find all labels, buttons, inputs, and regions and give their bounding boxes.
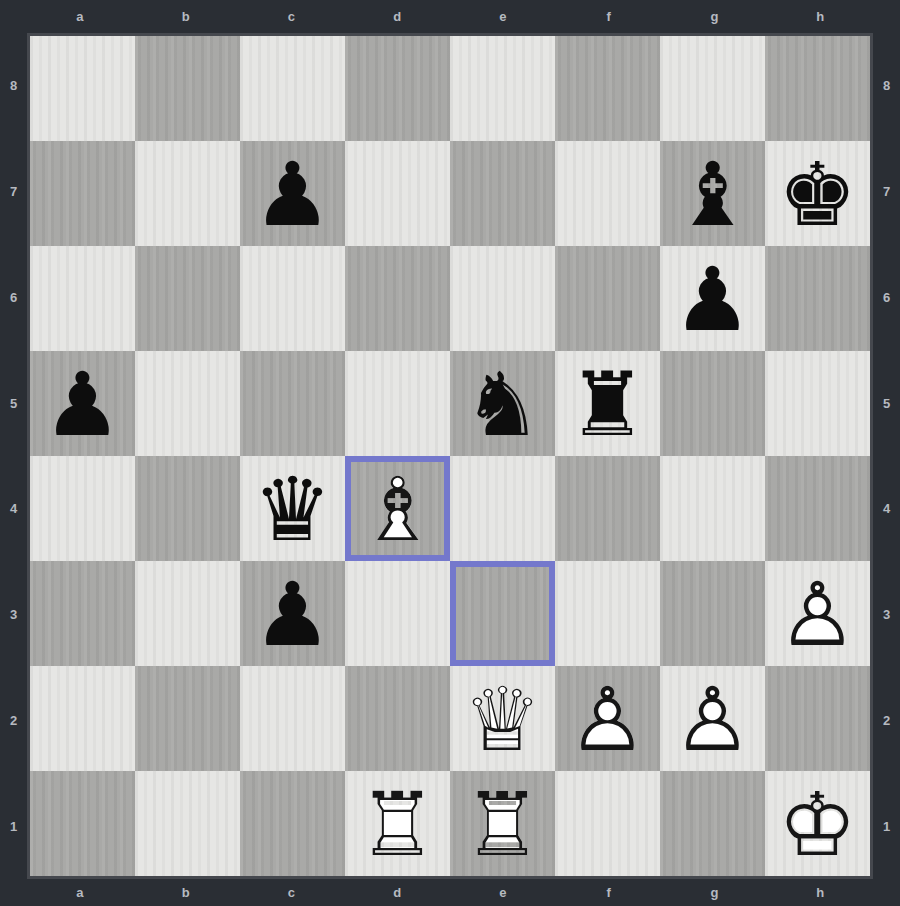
file-label-bottom-g: g xyxy=(662,879,768,906)
white-pawn-icon: ♙ xyxy=(555,666,660,771)
file-label-top-f: f xyxy=(556,0,662,33)
square-e1[interactable]: ♜♖ xyxy=(450,771,555,876)
piece-black-queen-c4[interactable]: ♛ xyxy=(240,456,345,561)
white-pawn-icon: ♙ xyxy=(765,561,870,666)
rank-label-left-8: 8 xyxy=(0,33,27,139)
rank-label-right-5: 5 xyxy=(873,350,900,456)
chess-app-window: abcdefgh 87654321 ♟♝♚♟♟♞♜♛♝♗♟♟♙♛♕♟♙♟♙♜♖♜… xyxy=(0,0,900,906)
square-a2[interactable] xyxy=(30,666,135,771)
square-e7[interactable] xyxy=(450,141,555,246)
square-h6[interactable] xyxy=(765,246,870,351)
file-label-bottom-a: a xyxy=(27,879,133,906)
square-c8[interactable] xyxy=(240,36,345,141)
rank-label-left-4: 4 xyxy=(0,456,27,562)
black-pawn-icon: ♟ xyxy=(660,246,765,351)
file-label-top-d: d xyxy=(344,0,450,33)
square-d4[interactable]: ♝♗ xyxy=(345,456,450,561)
square-a4[interactable] xyxy=(30,456,135,561)
file-labels-top: abcdefgh xyxy=(27,0,873,33)
black-queen-icon: ♛ xyxy=(240,456,345,561)
rank-label-right-7: 7 xyxy=(873,139,900,245)
piece-black-bishop-g7[interactable]: ♝ xyxy=(660,141,765,246)
rank-label-left-1: 1 xyxy=(0,773,27,879)
square-g4[interactable] xyxy=(660,456,765,561)
rank-labels-right: 87654321 xyxy=(873,33,900,879)
file-label-bottom-e: e xyxy=(450,879,556,906)
rank-label-right-1: 1 xyxy=(873,773,900,879)
square-b7[interactable] xyxy=(135,141,240,246)
square-b6[interactable] xyxy=(135,246,240,351)
piece-white-queen-e2[interactable]: ♛♕ xyxy=(450,666,555,771)
rank-label-left-7: 7 xyxy=(0,139,27,245)
square-h8[interactable] xyxy=(765,36,870,141)
square-a8[interactable] xyxy=(30,36,135,141)
square-b1[interactable] xyxy=(135,771,240,876)
square-a3[interactable] xyxy=(30,561,135,666)
piece-black-pawn-g6[interactable]: ♟ xyxy=(660,246,765,351)
rank-label-right-4: 4 xyxy=(873,456,900,562)
square-h3[interactable]: ♟♙ xyxy=(765,561,870,666)
square-e5[interactable]: ♞ xyxy=(450,351,555,456)
file-label-top-a: a xyxy=(27,0,133,33)
piece-black-pawn-a5[interactable]: ♟ xyxy=(30,351,135,456)
square-b8[interactable] xyxy=(135,36,240,141)
file-label-top-c: c xyxy=(239,0,345,33)
square-e6[interactable] xyxy=(450,246,555,351)
square-f5[interactable]: ♜ xyxy=(555,351,660,456)
square-f1[interactable] xyxy=(555,771,660,876)
white-rook-icon: ♖ xyxy=(450,771,555,876)
square-a1[interactable] xyxy=(30,771,135,876)
square-h5[interactable] xyxy=(765,351,870,456)
square-f8[interactable] xyxy=(555,36,660,141)
square-d7[interactable] xyxy=(345,141,450,246)
rank-labels-left: 87654321 xyxy=(0,33,27,879)
black-rook-icon: ♜ xyxy=(555,351,660,456)
black-pawn-icon: ♟ xyxy=(30,351,135,456)
rank-label-right-2: 2 xyxy=(873,668,900,774)
piece-white-king-h1[interactable]: ♚♔ xyxy=(765,771,870,876)
square-h7[interactable]: ♚ xyxy=(765,141,870,246)
square-b3[interactable] xyxy=(135,561,240,666)
square-f6[interactable] xyxy=(555,246,660,351)
square-a7[interactable] xyxy=(30,141,135,246)
rank-label-left-2: 2 xyxy=(0,668,27,774)
square-f3[interactable] xyxy=(555,561,660,666)
chess-board: ♟♝♚♟♟♞♜♛♝♗♟♟♙♛♕♟♙♟♙♜♖♜♖♚♔ xyxy=(27,33,873,879)
square-c1[interactable] xyxy=(240,771,345,876)
square-b4[interactable] xyxy=(135,456,240,561)
square-g5[interactable] xyxy=(660,351,765,456)
square-c5[interactable] xyxy=(240,351,345,456)
file-label-bottom-h: h xyxy=(767,879,873,906)
white-pawn-icon: ♙ xyxy=(660,666,765,771)
black-pawn-icon: ♟ xyxy=(240,141,345,246)
square-g8[interactable] xyxy=(660,36,765,141)
square-c3[interactable]: ♟ xyxy=(240,561,345,666)
square-g1[interactable] xyxy=(660,771,765,876)
square-d5[interactable] xyxy=(345,351,450,456)
rank-label-left-5: 5 xyxy=(0,350,27,456)
square-h2[interactable] xyxy=(765,666,870,771)
square-d3[interactable] xyxy=(345,561,450,666)
file-label-bottom-f: f xyxy=(556,879,662,906)
white-queen-icon: ♕ xyxy=(450,666,555,771)
file-label-top-g: g xyxy=(662,0,768,33)
file-label-bottom-c: c xyxy=(239,879,345,906)
black-king-icon: ♚ xyxy=(765,141,870,246)
piece-black-knight-e5[interactable]: ♞ xyxy=(450,351,555,456)
square-e4[interactable] xyxy=(450,456,555,561)
file-label-top-b: b xyxy=(133,0,239,33)
piece-white-pawn-h3[interactable]: ♟♙ xyxy=(765,561,870,666)
square-g7[interactable]: ♝ xyxy=(660,141,765,246)
piece-white-bishop-d4[interactable]: ♝♗ xyxy=(345,456,450,561)
rank-label-left-3: 3 xyxy=(0,562,27,668)
square-d1[interactable]: ♜♖ xyxy=(345,771,450,876)
black-knight-icon: ♞ xyxy=(450,351,555,456)
black-pawn-icon: ♟ xyxy=(240,561,345,666)
piece-white-pawn-f2[interactable]: ♟♙ xyxy=(555,666,660,771)
square-b5[interactable] xyxy=(135,351,240,456)
square-b2[interactable] xyxy=(135,666,240,771)
square-d6[interactable] xyxy=(345,246,450,351)
square-c2[interactable] xyxy=(240,666,345,771)
square-e2[interactable]: ♛♕ xyxy=(450,666,555,771)
white-bishop-icon: ♗ xyxy=(345,456,450,561)
piece-white-rook-d1[interactable]: ♜♖ xyxy=(345,771,450,876)
square-e3[interactable] xyxy=(450,561,555,666)
square-c6[interactable] xyxy=(240,246,345,351)
rank-label-right-8: 8 xyxy=(873,33,900,139)
square-a5[interactable]: ♟ xyxy=(30,351,135,456)
file-label-top-h: h xyxy=(767,0,873,33)
square-d2[interactable] xyxy=(345,666,450,771)
piece-black-rook-f5[interactable]: ♜ xyxy=(555,351,660,456)
square-g2[interactable]: ♟♙ xyxy=(660,666,765,771)
square-e8[interactable] xyxy=(450,36,555,141)
file-label-bottom-b: b xyxy=(133,879,239,906)
rank-label-right-6: 6 xyxy=(873,245,900,351)
square-c4[interactable]: ♛ xyxy=(240,456,345,561)
rank-label-right-3: 3 xyxy=(873,562,900,668)
piece-white-pawn-g2[interactable]: ♟♙ xyxy=(660,666,765,771)
white-rook-icon: ♖ xyxy=(345,771,450,876)
piece-black-pawn-c3[interactable]: ♟ xyxy=(240,561,345,666)
square-h4[interactable] xyxy=(765,456,870,561)
file-labels-bottom: abcdefgh xyxy=(27,879,873,906)
rank-label-left-6: 6 xyxy=(0,245,27,351)
square-h1[interactable]: ♚♔ xyxy=(765,771,870,876)
file-label-bottom-d: d xyxy=(344,879,450,906)
file-label-top-e: e xyxy=(450,0,556,33)
piece-black-king-h7[interactable]: ♚ xyxy=(765,141,870,246)
square-g6[interactable]: ♟ xyxy=(660,246,765,351)
square-f2[interactable]: ♟♙ xyxy=(555,666,660,771)
piece-black-pawn-c7[interactable]: ♟ xyxy=(240,141,345,246)
square-d8[interactable] xyxy=(345,36,450,141)
square-g3[interactable] xyxy=(660,561,765,666)
square-c7[interactable]: ♟ xyxy=(240,141,345,246)
piece-white-rook-e1[interactable]: ♜♖ xyxy=(450,771,555,876)
white-king-icon: ♔ xyxy=(765,771,870,876)
square-a6[interactable] xyxy=(30,246,135,351)
square-f7[interactable] xyxy=(555,141,660,246)
black-bishop-icon: ♝ xyxy=(660,141,765,246)
square-f4[interactable] xyxy=(555,456,660,561)
